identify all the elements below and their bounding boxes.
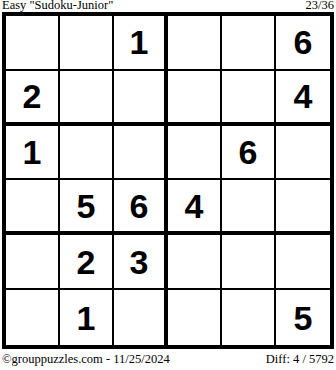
cell-r2c2-empty[interactable] xyxy=(60,71,114,126)
cell-r6c6-given: 5 xyxy=(276,290,330,345)
cell-r3c3-empty[interactable] xyxy=(114,126,168,181)
cell-r3c5-given: 6 xyxy=(222,126,276,181)
cell-r1c4-empty[interactable] xyxy=(168,16,222,71)
cell-r1c5-empty[interactable] xyxy=(222,16,276,71)
cell-r3c6-empty[interactable] xyxy=(276,126,330,181)
cell-r5c1-empty[interactable] xyxy=(6,235,60,290)
cell-r6c5-empty[interactable] xyxy=(222,290,276,345)
cell-r6c1-empty[interactable] xyxy=(6,290,60,345)
difficulty-text: Diff: 4 / 5792 xyxy=(266,352,334,366)
cell-r2c1-given: 2 xyxy=(6,71,60,126)
cell-r2c6-given: 4 xyxy=(276,71,330,126)
puzzle-title: Easy "Sudoku-Junior" xyxy=(2,0,113,12)
puzzle-progress: 23/36 xyxy=(306,0,334,12)
cell-r4c5-empty[interactable] xyxy=(222,180,276,235)
cell-r5c5-empty[interactable] xyxy=(222,235,276,290)
cell-r2c3-empty[interactable] xyxy=(114,71,168,126)
cell-r4c3-given: 6 xyxy=(114,180,168,235)
cell-r3c1-given: 1 xyxy=(6,126,60,181)
cell-r4c1-empty[interactable] xyxy=(6,180,60,235)
cell-r4c6-empty[interactable] xyxy=(276,180,330,235)
footer: ©grouppuzzles.com - 11/25/2024 Diff: 4 /… xyxy=(2,352,334,366)
cell-r5c3-given: 3 xyxy=(114,235,168,290)
cell-r3c4-empty[interactable] xyxy=(168,126,222,181)
cell-r6c2-given: 1 xyxy=(60,290,114,345)
cell-r6c3-empty[interactable] xyxy=(114,290,168,345)
cell-r4c4-given: 4 xyxy=(168,180,222,235)
cell-r1c1-empty[interactable] xyxy=(6,16,60,71)
copyright-text: ©grouppuzzles.com - 11/25/2024 xyxy=(2,352,170,366)
header: Easy "Sudoku-Junior" 23/36 xyxy=(2,0,334,12)
cell-r1c2-empty[interactable] xyxy=(60,16,114,71)
cell-r5c4-empty[interactable] xyxy=(168,235,222,290)
cell-r1c3-given: 1 xyxy=(114,16,168,71)
cell-r4c2-given: 5 xyxy=(60,180,114,235)
cell-r1c6-given: 6 xyxy=(276,16,330,71)
sudoku-grid: 1624165642315 xyxy=(2,12,334,349)
cell-r2c4-empty[interactable] xyxy=(168,71,222,126)
cell-r3c2-empty[interactable] xyxy=(60,126,114,181)
cell-r6c4-empty[interactable] xyxy=(168,290,222,345)
cell-r5c6-empty[interactable] xyxy=(276,235,330,290)
cell-r2c5-empty[interactable] xyxy=(222,71,276,126)
cell-r5c2-given: 2 xyxy=(60,235,114,290)
puzzle-page: Easy "Sudoku-Junior" 23/36 1624165642315… xyxy=(0,0,336,370)
